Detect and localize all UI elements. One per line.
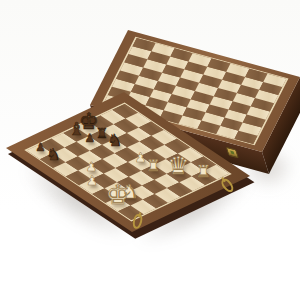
brass-clasp-icon xyxy=(226,146,239,158)
product-photo-stage: ♟♞♝♟♚♜♞♟♟♟♜♛♜♚♞ xyxy=(0,0,300,300)
